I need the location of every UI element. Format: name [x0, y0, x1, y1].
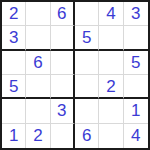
cell-r3c5[interactable]: [99, 51, 123, 75]
cell-digit: 2: [106, 78, 115, 95]
cell-r6c4[interactable]: 6: [75, 124, 99, 148]
cell-digit: 6: [82, 127, 91, 144]
cell-r5c3[interactable]: 3: [51, 99, 75, 123]
cell-digit: 3: [9, 29, 18, 46]
cell-r5c1[interactable]: [2, 99, 26, 123]
cell-r1c2[interactable]: [26, 2, 50, 26]
cell-digit: 4: [106, 5, 115, 22]
cell-r1c6[interactable]: 3: [124, 2, 148, 26]
cell-r1c3[interactable]: 6: [51, 2, 75, 26]
cell-r4c6[interactable]: [124, 75, 148, 99]
cell-digit: 2: [33, 127, 42, 144]
cell-r2c2[interactable]: [26, 26, 50, 50]
cell-digit: 5: [131, 54, 140, 71]
cell-r5c2[interactable]: [26, 99, 50, 123]
cell-r6c5[interactable]: [99, 124, 123, 148]
cell-r3c2[interactable]: 6: [26, 51, 50, 75]
cell-digit: 5: [9, 78, 18, 95]
cell-r5c6[interactable]: 1: [124, 99, 148, 123]
cell-r6c6[interactable]: 4: [124, 124, 148, 148]
sudoku-board: 2643356552311264: [0, 0, 150, 150]
cell-r1c1[interactable]: 2: [2, 2, 26, 26]
cell-r2c3[interactable]: [51, 26, 75, 50]
cell-digit: 4: [131, 127, 140, 144]
cell-r6c2[interactable]: 2: [26, 124, 50, 148]
cell-r4c5[interactable]: 2: [99, 75, 123, 99]
cell-r6c3[interactable]: [51, 124, 75, 148]
cell-r5c4[interactable]: [75, 99, 99, 123]
cell-digit: 2: [9, 5, 18, 22]
cell-r1c4[interactable]: [75, 2, 99, 26]
cell-digit: 6: [33, 54, 42, 71]
cell-r4c1[interactable]: 5: [2, 75, 26, 99]
cell-r4c4[interactable]: [75, 75, 99, 99]
cell-r1c5[interactable]: 4: [99, 2, 123, 26]
cell-r2c1[interactable]: 3: [2, 26, 26, 50]
cell-r2c6[interactable]: [124, 26, 148, 50]
cell-digit: 3: [131, 5, 140, 22]
cell-r3c3[interactable]: [51, 51, 75, 75]
cell-digit: 1: [131, 102, 140, 119]
cell-r4c3[interactable]: [51, 75, 75, 99]
cell-r2c4[interactable]: 5: [75, 26, 99, 50]
cell-r2c5[interactable]: [99, 26, 123, 50]
cell-digit: 3: [57, 102, 66, 119]
cell-r3c6[interactable]: 5: [124, 51, 148, 75]
cell-digit: 1: [9, 127, 18, 144]
cell-r3c1[interactable]: [2, 51, 26, 75]
cell-digit: 5: [82, 29, 91, 46]
cell-r5c5[interactable]: [99, 99, 123, 123]
cell-digit: 6: [57, 5, 66, 22]
cell-r4c2[interactable]: [26, 75, 50, 99]
cell-r6c1[interactable]: 1: [2, 124, 26, 148]
cell-r3c4[interactable]: [75, 51, 99, 75]
